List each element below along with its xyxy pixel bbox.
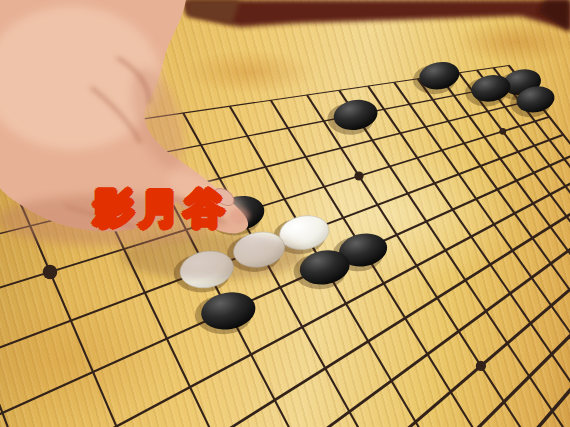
board-graphics [0,0,570,427]
go-photo-scene: 影月谷 [0,0,570,427]
table-edge [183,0,570,32]
watermark-caption: 影月谷 [94,186,229,230]
